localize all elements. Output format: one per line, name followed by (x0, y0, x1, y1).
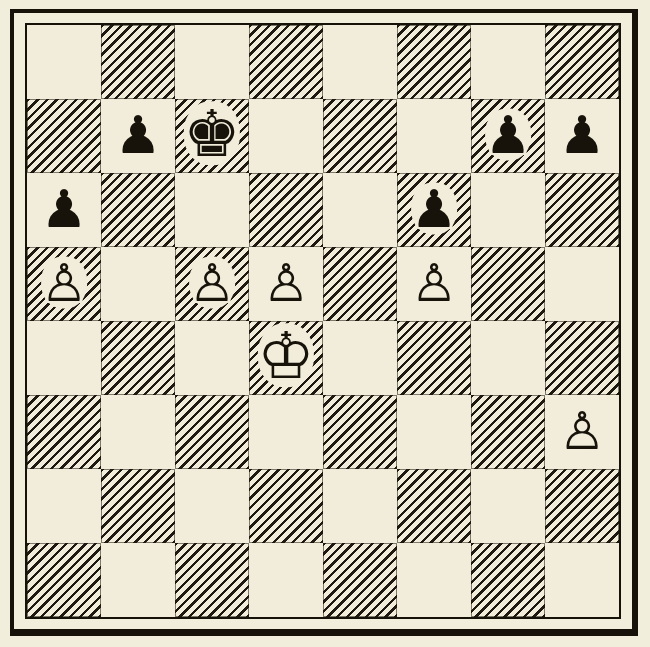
square-h7: ♟ (545, 99, 619, 173)
square-e3 (323, 395, 397, 469)
square-d7 (249, 99, 323, 173)
square-f1 (397, 543, 471, 617)
board-border: ♟♚♟♟♟♟♙♙♙♙♔♙ (25, 23, 621, 619)
square-b3 (101, 395, 175, 469)
square-c4 (175, 321, 249, 395)
square-b4 (101, 321, 175, 395)
diagram-outer-frame: ♟♚♟♟♟♟♙♙♙♙♔♙ (10, 9, 638, 636)
square-c6 (175, 173, 249, 247)
square-a2 (27, 469, 101, 543)
square-a6: ♟ (27, 173, 101, 247)
piece-black-pawn: ♟ (115, 109, 162, 161)
square-b1 (101, 543, 175, 617)
square-c3 (175, 395, 249, 469)
piece-white-pawn: ♙ (411, 257, 458, 309)
square-f6: ♟ (397, 173, 471, 247)
piece-black-pawn: ♟ (559, 109, 606, 161)
piece-white-pawn: ♙ (559, 405, 606, 457)
square-h2 (545, 469, 619, 543)
square-e1 (323, 543, 397, 617)
piece-black-pawn: ♟ (41, 183, 88, 235)
piece-white-pawn: ♙ (263, 257, 310, 309)
piece-white-pawn: ♙ (41, 257, 88, 309)
square-c1 (175, 543, 249, 617)
square-c5: ♙ (175, 247, 249, 321)
square-a1 (27, 543, 101, 617)
square-g2 (471, 469, 545, 543)
square-e5 (323, 247, 397, 321)
square-g3 (471, 395, 545, 469)
square-e6 (323, 173, 397, 247)
square-h1 (545, 543, 619, 617)
square-d5: ♙ (249, 247, 323, 321)
square-g7: ♟ (471, 99, 545, 173)
square-b8 (101, 25, 175, 99)
square-c8 (175, 25, 249, 99)
square-f5: ♙ (397, 247, 471, 321)
piece-white-king: ♔ (257, 324, 314, 388)
square-g8 (471, 25, 545, 99)
square-g5 (471, 247, 545, 321)
piece-black-pawn: ♟ (485, 109, 532, 161)
square-e8 (323, 25, 397, 99)
square-c7: ♚ (175, 99, 249, 173)
square-h8 (545, 25, 619, 99)
square-a7 (27, 99, 101, 173)
square-b6 (101, 173, 175, 247)
square-d4: ♔ (249, 321, 323, 395)
square-d3 (249, 395, 323, 469)
square-h5 (545, 247, 619, 321)
square-g6 (471, 173, 545, 247)
square-b2 (101, 469, 175, 543)
square-d8 (249, 25, 323, 99)
square-h4 (545, 321, 619, 395)
square-f2 (397, 469, 471, 543)
square-d2 (249, 469, 323, 543)
square-c2 (175, 469, 249, 543)
square-b7: ♟ (101, 99, 175, 173)
square-e2 (323, 469, 397, 543)
square-h3: ♙ (545, 395, 619, 469)
square-b5 (101, 247, 175, 321)
square-f4 (397, 321, 471, 395)
square-e7 (323, 99, 397, 173)
square-a4 (27, 321, 101, 395)
square-f3 (397, 395, 471, 469)
square-f7 (397, 99, 471, 173)
square-a5: ♙ (27, 247, 101, 321)
piece-black-pawn: ♟ (411, 183, 458, 235)
square-a3 (27, 395, 101, 469)
square-d1 (249, 543, 323, 617)
chess-board: ♟♚♟♟♟♟♙♙♙♙♔♙ (27, 25, 619, 617)
square-a8 (27, 25, 101, 99)
square-g4 (471, 321, 545, 395)
square-f8 (397, 25, 471, 99)
square-d6 (249, 173, 323, 247)
piece-black-king: ♚ (183, 102, 240, 166)
scanned-diagram-page: ♟♚♟♟♟♟♙♙♙♙♔♙ (0, 0, 650, 647)
square-h6 (545, 173, 619, 247)
square-e4 (323, 321, 397, 395)
square-g1 (471, 543, 545, 617)
piece-white-pawn: ♙ (189, 257, 236, 309)
